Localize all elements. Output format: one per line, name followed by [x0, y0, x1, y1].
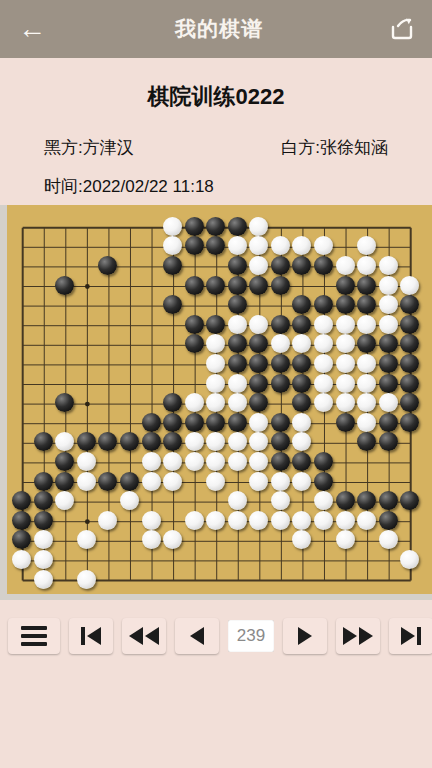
next-icon: [298, 627, 312, 645]
white-stone: [379, 295, 398, 314]
page-title: 我的棋谱: [175, 15, 263, 43]
black-player-label: 黑方:方津汉: [44, 136, 134, 159]
black-stone: [55, 472, 74, 491]
white-stone: [206, 452, 225, 471]
white-stone: [185, 432, 204, 451]
fast-forward-icon: [343, 627, 373, 645]
white-stone: [163, 452, 182, 471]
black-stone: [228, 295, 247, 314]
white-stone: [379, 276, 398, 295]
white-stone: [379, 315, 398, 334]
white-stone: [249, 472, 268, 491]
black-stone: [271, 354, 290, 373]
skip-to-start-icon: [81, 627, 101, 645]
white-stone: [12, 550, 31, 569]
black-stone: [185, 236, 204, 255]
share-icon[interactable]: [374, 17, 432, 41]
menu-button[interactable]: [8, 618, 60, 654]
previous-icon: [190, 627, 204, 645]
black-stone: [292, 374, 311, 393]
white-stone: [336, 354, 355, 373]
black-stone: [357, 276, 376, 295]
black-stone: [163, 413, 182, 432]
hamburger-icon: [21, 626, 47, 646]
white-stone: [206, 354, 225, 373]
black-stone: [142, 432, 161, 451]
fast-rewind-button[interactable]: [122, 618, 166, 654]
black-stone: [34, 472, 53, 491]
black-stone: [336, 295, 355, 314]
black-stone: [185, 334, 204, 353]
black-stone: [163, 256, 182, 275]
black-stone: [379, 491, 398, 510]
black-stone: [379, 511, 398, 530]
white-stone: [228, 374, 247, 393]
white-stone: [228, 432, 247, 451]
move-number-input[interactable]: 239: [228, 620, 274, 652]
white-stone: [336, 393, 355, 412]
black-stone: [379, 334, 398, 353]
black-stone: [336, 413, 355, 432]
black-stone: [400, 413, 419, 432]
black-stone: [271, 315, 290, 334]
white-stone: [379, 530, 398, 549]
white-stone: [314, 374, 333, 393]
black-stone: [34, 491, 53, 510]
white-stone: [77, 472, 96, 491]
white-stone: [142, 511, 161, 530]
black-stone: [228, 276, 247, 295]
white-stone: [142, 530, 161, 549]
white-stone: [228, 393, 247, 412]
first-move-button[interactable]: [69, 618, 113, 654]
white-stone: [336, 334, 355, 353]
black-stone: [271, 276, 290, 295]
white-stone: [271, 491, 290, 510]
black-stone: [34, 511, 53, 530]
black-stone: [400, 354, 419, 373]
star-point: [85, 284, 90, 289]
black-stone: [400, 374, 419, 393]
white-stone: [34, 550, 53, 569]
black-stone: [228, 256, 247, 275]
black-stone: [228, 334, 247, 353]
white-stone: [163, 472, 182, 491]
white-stone: [228, 315, 247, 334]
white-stone: [292, 413, 311, 432]
white-stone: [336, 511, 355, 530]
white-stone: [314, 491, 333, 510]
black-stone: [379, 354, 398, 373]
black-stone: [12, 511, 31, 530]
white-stone: [249, 217, 268, 236]
white-stone: [77, 570, 96, 589]
white-stone: [357, 511, 376, 530]
black-stone: [185, 276, 204, 295]
white-stone: [292, 472, 311, 491]
white-stone: [249, 511, 268, 530]
go-board: [0, 205, 432, 600]
white-stone: [228, 511, 247, 530]
black-stone: [206, 413, 225, 432]
white-stone: [357, 374, 376, 393]
white-stone: [142, 452, 161, 471]
black-stone: [271, 256, 290, 275]
white-stone: [314, 354, 333, 373]
last-move-button[interactable]: [389, 618, 432, 654]
white-stone: [379, 256, 398, 275]
black-stone: [336, 276, 355, 295]
black-stone: [379, 413, 398, 432]
star-point: [85, 402, 90, 407]
black-stone: [249, 374, 268, 393]
black-stone: [206, 276, 225, 295]
skip-to-end-icon: [401, 627, 421, 645]
black-stone: [271, 413, 290, 432]
white-stone: [314, 393, 333, 412]
star-point: [85, 519, 90, 524]
white-stone: [357, 256, 376, 275]
black-stone: [185, 315, 204, 334]
back-icon[interactable]: ←: [0, 0, 64, 58]
black-stone: [314, 295, 333, 314]
white-stone: [336, 530, 355, 549]
black-stone: [379, 374, 398, 393]
white-stone: [336, 315, 355, 334]
black-stone: [314, 472, 333, 491]
black-stone: [228, 354, 247, 373]
white-stone: [206, 472, 225, 491]
white-stone: [357, 354, 376, 373]
white-stone: [228, 452, 247, 471]
black-stone: [314, 452, 333, 471]
fast-forward-button[interactable]: [336, 618, 380, 654]
playback-controls: 239: [0, 618, 432, 654]
black-stone: [336, 491, 355, 510]
black-stone: [142, 413, 161, 432]
white-stone: [34, 570, 53, 589]
white-stone: [249, 413, 268, 432]
black-stone: [228, 217, 247, 236]
white-stone: [292, 511, 311, 530]
black-stone: [55, 276, 74, 295]
white-stone: [336, 374, 355, 393]
black-stone: [314, 256, 333, 275]
black-stone: [206, 217, 225, 236]
black-stone: [185, 413, 204, 432]
black-stone: [228, 413, 247, 432]
white-stone: [271, 472, 290, 491]
white-stone: [34, 530, 53, 549]
white-stone: [206, 374, 225, 393]
white-stone: [314, 511, 333, 530]
white-stone: [228, 491, 247, 510]
black-stone: [185, 217, 204, 236]
white-stone: [142, 472, 161, 491]
black-stone: [292, 315, 311, 334]
white-stone: [206, 511, 225, 530]
white-stone: [249, 315, 268, 334]
white-stone: [400, 550, 419, 569]
game-info-card: 棋院训练0222 黑方:方津汉 白方:张徐知涵 时间:2022/02/22 11…: [0, 58, 432, 205]
white-stone: [120, 491, 139, 510]
black-stone: [249, 276, 268, 295]
white-stone: [357, 315, 376, 334]
black-stone: [120, 472, 139, 491]
white-stone: [228, 236, 247, 255]
black-stone: [98, 472, 117, 491]
black-stone: [271, 374, 290, 393]
black-stone: [379, 432, 398, 451]
black-stone: [206, 315, 225, 334]
white-stone: [314, 315, 333, 334]
white-stone: [271, 511, 290, 530]
white-stone: [379, 393, 398, 412]
black-stone: [34, 432, 53, 451]
white-stone: [163, 217, 182, 236]
white-stone: [400, 276, 419, 295]
white-player-label: 白方:张徐知涵: [281, 136, 388, 159]
app-bar: ← 我的棋谱: [0, 0, 432, 58]
previous-move-button[interactable]: [175, 618, 219, 654]
black-stone: [400, 315, 419, 334]
white-stone: [77, 452, 96, 471]
fast-rewind-icon: [129, 627, 159, 645]
white-stone: [185, 511, 204, 530]
white-stone: [98, 511, 117, 530]
white-stone: [185, 393, 204, 412]
white-stone: [185, 452, 204, 471]
white-stone: [336, 256, 355, 275]
game-title: 棋院训练0222: [0, 82, 432, 112]
game-time-label: 时间:2022/02/22 11:18: [0, 175, 432, 198]
black-stone: [271, 452, 290, 471]
white-stone: [357, 413, 376, 432]
next-move-button[interactable]: [283, 618, 327, 654]
